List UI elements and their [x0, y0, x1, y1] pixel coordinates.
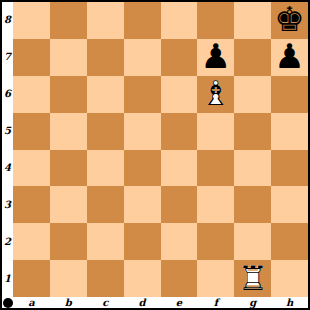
square-d8[interactable]: [124, 2, 161, 39]
square-e8[interactable]: [161, 2, 198, 39]
square-a8[interactable]: [13, 2, 50, 39]
piece-white-rook: ♜♖: [237, 261, 267, 295]
square-c6[interactable]: [87, 76, 124, 113]
square-a6[interactable]: [13, 76, 50, 113]
square-g4[interactable]: [234, 150, 271, 187]
square-h7[interactable]: ♟: [271, 39, 308, 76]
square-e3[interactable]: [161, 186, 198, 223]
square-f6[interactable]: ♝♗: [197, 76, 234, 113]
file-label-e: e: [161, 297, 198, 308]
square-g5[interactable]: [234, 113, 271, 150]
file-label-g: g: [234, 297, 271, 308]
rank-label-7: 7: [2, 39, 13, 76]
piece-black-pawn: ♟: [201, 39, 231, 73]
rank-label-6: 6: [2, 76, 13, 113]
file-label-b: b: [50, 297, 87, 308]
chess-board: 8♚7♟♟6♝♗54321♜♖abcdefgh: [2, 2, 308, 308]
square-c8[interactable]: [87, 2, 124, 39]
square-e5[interactable]: [161, 113, 198, 150]
file-label-c: c: [87, 297, 124, 308]
square-g2[interactable]: [234, 223, 271, 260]
square-d6[interactable]: [124, 76, 161, 113]
square-h4[interactable]: [271, 150, 308, 187]
file-label-a: a: [13, 297, 50, 308]
square-f3[interactable]: [197, 186, 234, 223]
square-f8[interactable]: [197, 2, 234, 39]
chess-diagram: 8♚7♟♟6♝♗54321♜♖abcdefgh: [0, 0, 310, 310]
square-g1[interactable]: ♜♖: [234, 260, 271, 297]
square-h1[interactable]: [271, 260, 308, 297]
square-g6[interactable]: [234, 76, 271, 113]
square-c3[interactable]: [87, 186, 124, 223]
square-e2[interactable]: [161, 223, 198, 260]
square-b3[interactable]: [50, 186, 87, 223]
square-e7[interactable]: [161, 39, 198, 76]
file-label-h: h: [271, 297, 308, 308]
square-g8[interactable]: [234, 2, 271, 39]
square-h6[interactable]: [271, 76, 308, 113]
square-a2[interactable]: [13, 223, 50, 260]
square-h5[interactable]: [271, 113, 308, 150]
piece-black-pawn: ♟: [274, 39, 304, 73]
square-b8[interactable]: [50, 2, 87, 39]
file-label-f: f: [197, 297, 234, 308]
side-to-move-corner: [2, 297, 13, 308]
square-f5[interactable]: [197, 113, 234, 150]
square-f1[interactable]: [197, 260, 234, 297]
square-d4[interactable]: [124, 150, 161, 187]
rank-label-5: 5: [2, 113, 13, 150]
square-d1[interactable]: [124, 260, 161, 297]
square-h2[interactable]: [271, 223, 308, 260]
square-c1[interactable]: [87, 260, 124, 297]
square-f2[interactable]: [197, 223, 234, 260]
square-e1[interactable]: [161, 260, 198, 297]
square-g7[interactable]: [234, 39, 271, 76]
square-g3[interactable]: [234, 186, 271, 223]
rank-label-1: 1: [2, 260, 13, 297]
square-a3[interactable]: [13, 186, 50, 223]
square-a5[interactable]: [13, 113, 50, 150]
piece-white-bishop: ♝♗: [201, 76, 231, 110]
rank-label-4: 4: [2, 150, 13, 187]
square-a1[interactable]: [13, 260, 50, 297]
rank-label-3: 3: [2, 186, 13, 223]
square-d3[interactable]: [124, 186, 161, 223]
square-e6[interactable]: [161, 76, 198, 113]
square-a4[interactable]: [13, 150, 50, 187]
square-f4[interactable]: [197, 150, 234, 187]
piece-black-king: ♚: [274, 2, 304, 36]
square-b6[interactable]: [50, 76, 87, 113]
square-c4[interactable]: [87, 150, 124, 187]
black-to-move-indicator: [3, 298, 13, 308]
square-f7[interactable]: ♟: [197, 39, 234, 76]
square-b7[interactable]: [50, 39, 87, 76]
square-c5[interactable]: [87, 113, 124, 150]
rank-label-8: 8: [2, 2, 13, 39]
square-b5[interactable]: [50, 113, 87, 150]
square-a7[interactable]: [13, 39, 50, 76]
square-h8[interactable]: ♚: [271, 2, 308, 39]
square-d7[interactable]: [124, 39, 161, 76]
square-h3[interactable]: [271, 186, 308, 223]
square-b1[interactable]: [50, 260, 87, 297]
square-b4[interactable]: [50, 150, 87, 187]
file-label-d: d: [124, 297, 161, 308]
square-c2[interactable]: [87, 223, 124, 260]
square-e4[interactable]: [161, 150, 198, 187]
square-c7[interactable]: [87, 39, 124, 76]
rank-label-2: 2: [2, 223, 13, 260]
square-d5[interactable]: [124, 113, 161, 150]
square-d2[interactable]: [124, 223, 161, 260]
square-b2[interactable]: [50, 223, 87, 260]
